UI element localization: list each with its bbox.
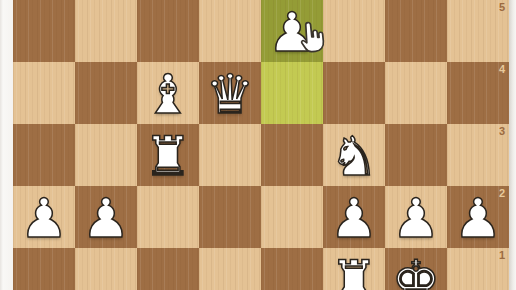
- square-a1[interactable]: [13, 248, 75, 290]
- rank-label-3: 3: [499, 126, 505, 137]
- square-c4[interactable]: ♝: [137, 62, 199, 124]
- square-d3[interactable]: [199, 124, 261, 186]
- square-f4[interactable]: [323, 62, 385, 124]
- white-knight[interactable]: ♞: [323, 124, 385, 186]
- square-c1[interactable]: [137, 248, 199, 290]
- square-a5[interactable]: [13, 0, 75, 62]
- square-g1[interactable]: ♚: [385, 248, 447, 290]
- white-rook[interactable]: ♜: [323, 248, 385, 290]
- square-c2[interactable]: [137, 186, 199, 248]
- page-margin-left: [0, 0, 13, 290]
- square-b3[interactable]: [75, 124, 137, 186]
- square-a4[interactable]: [13, 62, 75, 124]
- rank-label-5: 5: [499, 2, 505, 13]
- square-d1[interactable]: [199, 248, 261, 290]
- page-margin-right: [509, 0, 516, 290]
- square-e5[interactable]: ♟: [261, 0, 323, 62]
- square-e3[interactable]: [261, 124, 323, 186]
- square-c3[interactable]: ♜: [137, 124, 199, 186]
- square-f2[interactable]: ♟: [323, 186, 385, 248]
- square-d5[interactable]: [199, 0, 261, 62]
- square-b1[interactable]: [75, 248, 137, 290]
- square-g3[interactable]: [385, 124, 447, 186]
- square-h1[interactable]: 1: [447, 248, 509, 290]
- square-f5[interactable]: [323, 0, 385, 62]
- white-bishop[interactable]: ♝: [137, 62, 199, 124]
- square-c5[interactable]: [137, 0, 199, 62]
- square-a2[interactable]: ♟: [13, 186, 75, 248]
- white-pawn[interactable]: ♟: [261, 0, 323, 62]
- square-h5[interactable]: 5: [447, 0, 509, 62]
- square-f3[interactable]: ♞: [323, 124, 385, 186]
- white-pawn[interactable]: ♟: [13, 186, 75, 248]
- square-g5[interactable]: [385, 0, 447, 62]
- white-rook[interactable]: ♜: [137, 124, 199, 186]
- square-b4[interactable]: [75, 62, 137, 124]
- square-b5[interactable]: [75, 0, 137, 62]
- screenshot-root: ♟5♝♛4♜♞3♟♟♟♟2♟♜♚1: [0, 0, 516, 290]
- chess-board: ♟5♝♛4♜♞3♟♟♟♟2♟♜♚1: [13, 0, 509, 290]
- square-g4[interactable]: [385, 62, 447, 124]
- square-h3[interactable]: 3: [447, 124, 509, 186]
- square-b2[interactable]: ♟: [75, 186, 137, 248]
- square-f1[interactable]: ♜: [323, 248, 385, 290]
- square-g2[interactable]: ♟: [385, 186, 447, 248]
- rank-label-4: 4: [499, 64, 505, 75]
- square-d4[interactable]: ♛: [199, 62, 261, 124]
- square-h4[interactable]: 4: [447, 62, 509, 124]
- white-pawn[interactable]: ♟: [447, 186, 509, 248]
- white-queen[interactable]: ♛: [199, 62, 261, 124]
- white-pawn[interactable]: ♟: [75, 186, 137, 248]
- square-h2[interactable]: 2♟: [447, 186, 509, 248]
- square-e1[interactable]: [261, 248, 323, 290]
- square-d2[interactable]: [199, 186, 261, 248]
- square-a3[interactable]: [13, 124, 75, 186]
- square-e4[interactable]: [261, 62, 323, 124]
- rank-label-1: 1: [499, 250, 505, 261]
- white-king[interactable]: ♚: [385, 248, 447, 290]
- square-e2[interactable]: [261, 186, 323, 248]
- white-pawn[interactable]: ♟: [323, 186, 385, 248]
- white-pawn[interactable]: ♟: [385, 186, 447, 248]
